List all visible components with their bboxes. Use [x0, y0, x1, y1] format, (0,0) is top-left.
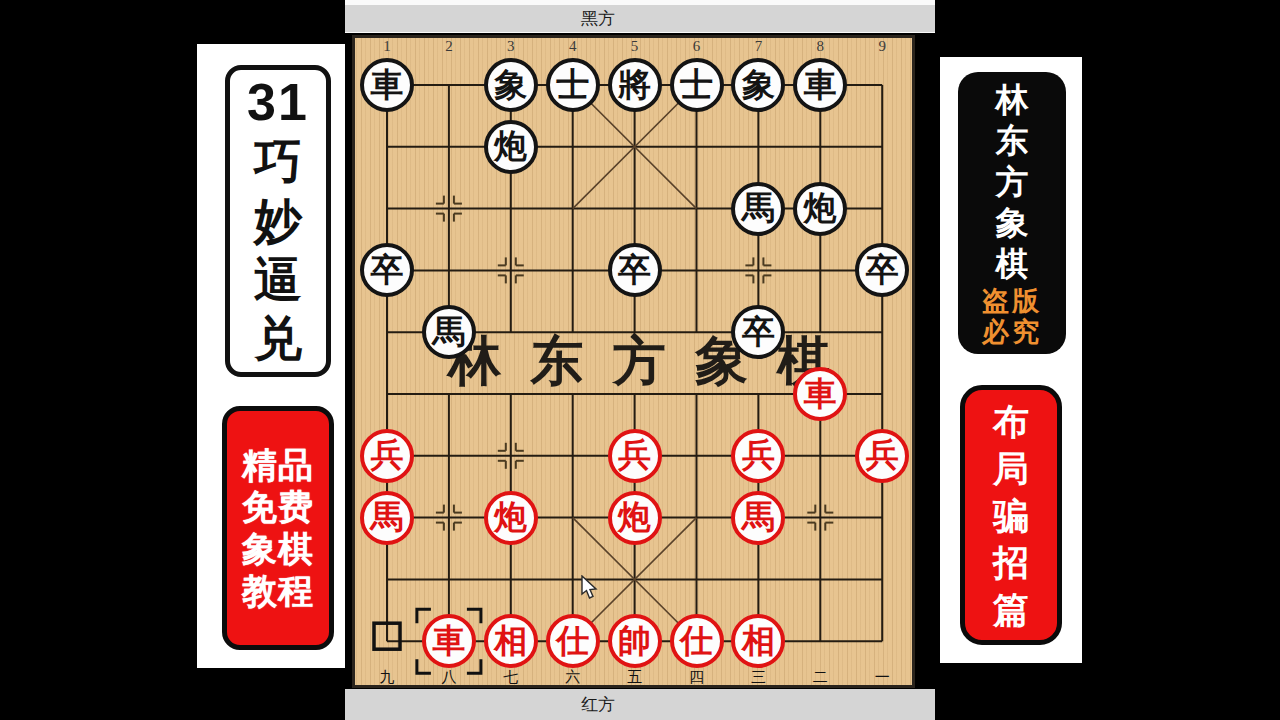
piece-black-advisor[interactable]: 士 — [546, 58, 600, 112]
xiangqi-board[interactable]: 123456789 九八七六五四三二一 林东方象棋 車象士將士象車炮馬炮卒卒卒馬… — [352, 35, 915, 688]
piece-black-elephant[interactable]: 象 — [484, 58, 538, 112]
series-char: 招 — [993, 539, 1029, 586]
brand-char: 棋 — [996, 243, 1029, 284]
piece-black-advisor[interactable]: 士 — [670, 58, 724, 112]
series-char: 篇 — [993, 586, 1029, 633]
piece-black-cannon[interactable]: 炮 — [484, 120, 538, 174]
episode-number: 31 — [247, 74, 309, 130]
piece-red-horse[interactable]: 馬 — [360, 491, 414, 545]
piece-red-soldier[interactable]: 兵 — [731, 429, 785, 483]
app-window: 31 巧妙逼兑 精品免费象棋教程 林东方象棋 盗版必究 布局骗招篇 黑方 红方 … — [0, 0, 1280, 720]
piece-red-cannon[interactable]: 炮 — [608, 491, 662, 545]
file-label-bottom: 二 — [800, 668, 840, 687]
piece-black-soldier[interactable]: 卒 — [360, 243, 414, 297]
series-char: 局 — [993, 445, 1029, 492]
brand-box: 林东方象棋 盗版必究 — [958, 72, 1066, 354]
episode-title-box: 31 巧妙逼兑 — [225, 65, 331, 377]
red-side-label: 红方 — [581, 693, 615, 716]
file-label-bottom: 七 — [491, 668, 531, 687]
piece-red-elephant[interactable]: 相 — [484, 614, 538, 668]
piece-black-soldier[interactable]: 卒 — [608, 243, 662, 297]
piece-red-cannon[interactable]: 炮 — [484, 491, 538, 545]
warning-row: 盗版 — [982, 286, 1042, 317]
series-char: 布 — [993, 398, 1029, 445]
file-label-bottom: 六 — [553, 668, 593, 687]
piece-red-chariot[interactable]: 車 — [793, 367, 847, 421]
file-label-top: 7 — [738, 38, 778, 55]
piece-red-general[interactable]: 帥 — [608, 614, 662, 668]
file-label-bottom: 八 — [429, 668, 469, 687]
piece-red-advisor[interactable]: 仕 — [546, 614, 600, 668]
file-label-bottom: 一 — [862, 668, 902, 687]
file-label-top: 3 — [491, 38, 531, 55]
warning-row: 必究 — [982, 317, 1042, 348]
file-label-top: 9 — [862, 38, 902, 55]
episode-title-char: 妙 — [254, 191, 302, 250]
series-char: 骗 — [993, 492, 1029, 539]
promo-row: 教程 — [242, 570, 314, 612]
piece-black-chariot[interactable]: 車 — [793, 58, 847, 112]
brand-char: 林 — [996, 79, 1029, 120]
piece-red-chariot[interactable]: 車 — [422, 614, 476, 668]
black-side-label: 黑方 — [581, 7, 615, 30]
file-label-top: 5 — [615, 38, 655, 55]
episode-title-char: 逼 — [254, 250, 302, 309]
board-grid — [352, 35, 915, 688]
piece-black-cannon[interactable]: 炮 — [793, 182, 847, 236]
piece-black-horse[interactable]: 馬 — [422, 305, 476, 359]
piece-red-horse[interactable]: 馬 — [731, 491, 785, 545]
brand-char: 东 — [996, 120, 1029, 161]
piece-red-soldier[interactable]: 兵 — [360, 429, 414, 483]
file-label-bottom: 九 — [367, 668, 407, 687]
file-label-top: 8 — [800, 38, 840, 55]
piece-black-chariot[interactable]: 車 — [360, 58, 414, 112]
black-side-label-bar: 黑方 — [345, 5, 935, 32]
piece-red-soldier[interactable]: 兵 — [855, 429, 909, 483]
file-label-bottom: 四 — [677, 668, 717, 687]
promo-row: 象棋 — [242, 528, 314, 570]
left-promo-box: 精品免费象棋教程 — [222, 406, 334, 650]
file-label-top: 6 — [677, 38, 717, 55]
file-label-bottom: 五 — [615, 668, 655, 687]
episode-title-char: 巧 — [254, 132, 302, 191]
piece-black-horse[interactable]: 馬 — [731, 182, 785, 236]
piece-red-soldier[interactable]: 兵 — [608, 429, 662, 483]
file-label-top: 4 — [553, 38, 593, 55]
piece-red-advisor[interactable]: 仕 — [670, 614, 724, 668]
promo-row: 精品 — [242, 444, 314, 486]
promo-row: 免费 — [242, 486, 314, 528]
file-label-top: 2 — [429, 38, 469, 55]
file-label-top: 1 — [367, 38, 407, 55]
series-box: 布局骗招篇 — [960, 385, 1062, 645]
piece-black-general[interactable]: 將 — [608, 58, 662, 112]
brand-char: 象 — [996, 202, 1029, 243]
piece-black-elephant[interactable]: 象 — [731, 58, 785, 112]
red-side-label-bar: 红方 — [345, 689, 935, 720]
file-label-bottom: 三 — [738, 668, 778, 687]
brand-char: 方 — [996, 161, 1029, 202]
episode-title-char: 兑 — [254, 309, 302, 368]
